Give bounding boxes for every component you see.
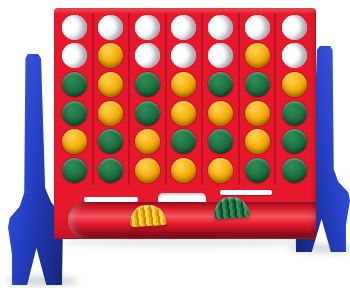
green-disc-r6-c7 bbox=[282, 158, 307, 183]
cell-r6-c4 bbox=[167, 156, 204, 185]
cell-r1-c4 bbox=[167, 13, 204, 42]
empty-hole-r2-c1 bbox=[62, 43, 87, 68]
cell-r1-c5 bbox=[203, 13, 240, 42]
cell-r6-c1 bbox=[57, 156, 94, 185]
cell-r4-c5 bbox=[203, 99, 240, 128]
green-disc-r4-c7 bbox=[282, 101, 307, 126]
cell-r4-c2 bbox=[94, 99, 131, 128]
cell-r5-c7 bbox=[276, 128, 313, 157]
cell-r2-c7 bbox=[276, 42, 313, 71]
yellow-disc-r4-c2 bbox=[98, 101, 123, 126]
board-grid bbox=[57, 13, 313, 185]
cell-r5-c4 bbox=[167, 128, 204, 157]
cell-r3-c3 bbox=[130, 70, 167, 99]
cell-r2-c5 bbox=[203, 42, 240, 71]
cell-r2-c3 bbox=[130, 42, 167, 71]
yellow-disc-r2-c2 bbox=[98, 43, 123, 68]
cell-r3-c5 bbox=[203, 70, 240, 99]
cell-r4-c7 bbox=[276, 99, 313, 128]
green-disc-r5-c2 bbox=[98, 129, 123, 154]
cell-r6-c7 bbox=[276, 156, 313, 185]
empty-hole-r2-c3 bbox=[135, 43, 160, 68]
yellow-disc-r6-c4 bbox=[171, 158, 196, 183]
green-disc-r6-c6 bbox=[245, 158, 270, 183]
cell-r2-c1 bbox=[57, 42, 94, 71]
cell-r3-c2 bbox=[94, 70, 131, 99]
cell-r5-c2 bbox=[94, 128, 131, 157]
cell-r1-c3 bbox=[130, 13, 167, 42]
slider-slot-right bbox=[220, 190, 272, 195]
green-disc-r6-c1 bbox=[62, 158, 87, 183]
cell-r3-c4 bbox=[167, 70, 204, 99]
cell-r6-c3 bbox=[130, 156, 167, 185]
cell-r6-c6 bbox=[240, 156, 277, 185]
cell-r2-c2 bbox=[94, 42, 131, 71]
yellow-disc-r4-c4 bbox=[171, 101, 196, 126]
empty-hole-r2-c7 bbox=[282, 43, 307, 68]
cell-r1-c6 bbox=[240, 13, 277, 42]
green-disc-r6-c2 bbox=[98, 158, 123, 183]
cell-r1-c7 bbox=[276, 13, 313, 42]
cell-r5-c5 bbox=[203, 128, 240, 157]
empty-hole-r1-c2 bbox=[98, 15, 123, 40]
green-disc-r4-c3 bbox=[135, 101, 160, 126]
green-disc-r3-c3 bbox=[135, 72, 160, 97]
green-disc-r5-c5 bbox=[208, 129, 233, 154]
cell-r3-c7 bbox=[276, 70, 313, 99]
green-disc-r5-c7 bbox=[282, 129, 307, 154]
cell-r5-c3 bbox=[130, 128, 167, 157]
empty-hole-r1-c7 bbox=[282, 15, 307, 40]
green-disc-r3-c6 bbox=[245, 72, 270, 97]
yellow-disc-r3-c4 bbox=[171, 72, 196, 97]
yellow-disc-r6-c5 bbox=[208, 158, 233, 183]
cell-r4-c6 bbox=[240, 99, 277, 128]
empty-hole-r1-c6 bbox=[245, 15, 270, 40]
cell-r4-c3 bbox=[130, 99, 167, 128]
giant-connect-four-set bbox=[0, 0, 350, 288]
cell-r1-c2 bbox=[94, 13, 131, 42]
empty-hole-r2-c5 bbox=[208, 43, 233, 68]
cell-r1-c1 bbox=[57, 13, 94, 42]
green-disc-r5-c4 bbox=[171, 129, 196, 154]
cell-r3-c6 bbox=[240, 70, 277, 99]
yellow-disc-r3-c7 bbox=[282, 72, 307, 97]
yellow-disc-r5-c1 bbox=[62, 129, 87, 154]
yellow-disc-r2-c6 bbox=[245, 43, 270, 68]
cell-r2-c6 bbox=[240, 42, 277, 71]
cell-r4-c1 bbox=[57, 99, 94, 128]
cell-r6-c5 bbox=[203, 156, 240, 185]
yellow-disc-r4-c6 bbox=[245, 101, 270, 126]
cell-r2-c4 bbox=[167, 42, 204, 71]
yellow-disc-r5-c6 bbox=[245, 129, 270, 154]
yellow-disc-r6-c3 bbox=[135, 158, 160, 183]
empty-hole-r2-c4 bbox=[171, 43, 196, 68]
yellow-disc-r3-c2 bbox=[98, 72, 123, 97]
disc-collection-tray bbox=[68, 202, 316, 238]
yellow-disc-r5-c3 bbox=[135, 129, 160, 154]
empty-hole-r1-c4 bbox=[171, 15, 196, 40]
empty-hole-r1-c1 bbox=[62, 15, 87, 40]
cell-r4-c4 bbox=[167, 99, 204, 128]
cell-r5-c6 bbox=[240, 128, 277, 157]
cell-r5-c1 bbox=[57, 128, 94, 157]
green-disc-r4-c1 bbox=[62, 101, 87, 126]
green-disc-r3-c5 bbox=[208, 72, 233, 97]
empty-hole-r1-c5 bbox=[208, 15, 233, 40]
green-disc-r3-c1 bbox=[62, 72, 87, 97]
cell-r3-c1 bbox=[57, 70, 94, 99]
connect-four-board bbox=[54, 8, 316, 239]
cell-r6-c2 bbox=[94, 156, 131, 185]
yellow-disc-r4-c5 bbox=[208, 101, 233, 126]
empty-hole-r1-c3 bbox=[135, 15, 160, 40]
